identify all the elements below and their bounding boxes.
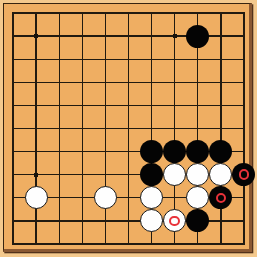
point-M1 [71,232,94,255]
point-M8 [71,71,94,94]
point-Q4 [163,163,186,186]
point-J8 [1,71,24,94]
point-R4 [186,163,209,186]
point-P11 [140,1,163,24]
point-K6 [25,117,48,140]
point-K11 [25,1,48,24]
point-M2 [71,209,94,232]
point-J10 [1,25,24,48]
point-R8 [186,71,209,94]
point-M11 [71,1,94,24]
point-S2 [209,209,232,232]
point-T1 [232,232,255,255]
point-R11 [186,1,209,24]
red-circle-marker-icon [239,169,249,179]
point-L8 [48,71,71,94]
point-S4 [209,163,232,186]
point-S7 [209,94,232,117]
point-P1 [140,232,163,255]
white-stone [186,163,209,186]
point-Q8 [163,71,186,94]
board-grid [1,1,255,255]
point-M9 [71,48,94,71]
point-S8 [209,71,232,94]
point-O1 [117,232,140,255]
black-stone [186,209,209,232]
point-T11 [232,1,255,24]
point-Q6 [163,117,186,140]
point-K5 [25,140,48,163]
point-N4 [94,163,117,186]
point-Q5 [163,140,186,163]
point-R10 [186,25,209,48]
point-R5 [186,140,209,163]
point-P7 [140,94,163,117]
white-stone [25,186,48,209]
white-stone [163,209,186,232]
point-J1 [1,232,24,255]
point-K1 [25,232,48,255]
point-N6 [94,117,117,140]
point-O11 [117,1,140,24]
point-O6 [117,117,140,140]
point-R1 [186,232,209,255]
white-stone [163,163,186,186]
point-S10 [209,25,232,48]
point-J4 [1,163,24,186]
point-J9 [1,48,24,71]
point-L1 [48,232,71,255]
point-J2 [1,209,24,232]
point-T10 [232,25,255,48]
point-O4 [117,163,140,186]
point-P6 [140,117,163,140]
point-S11 [209,1,232,24]
point-J6 [1,117,24,140]
point-P3 [140,186,163,209]
point-R3 [186,186,209,209]
point-S6 [209,117,232,140]
point-L7 [48,94,71,117]
point-R9 [186,48,209,71]
point-L11 [48,1,71,24]
point-S5 [209,140,232,163]
point-T3 [232,186,255,209]
point-T5 [232,140,255,163]
point-J11 [1,1,24,24]
white-stone [209,163,232,186]
point-P10 [140,25,163,48]
point-L3 [48,186,71,209]
point-J7 [1,94,24,117]
point-P9 [140,48,163,71]
point-M10 [71,25,94,48]
point-O2 [117,209,140,232]
black-stone [209,140,232,163]
black-stone [209,186,232,209]
point-O10 [117,25,140,48]
point-M6 [71,117,94,140]
point-Q7 [163,94,186,117]
point-T4 [232,163,255,186]
point-M5 [71,140,94,163]
point-N2 [94,209,117,232]
point-N3 [94,186,117,209]
point-Q1 [163,232,186,255]
black-stone [163,140,186,163]
point-T9 [232,48,255,71]
point-L2 [48,209,71,232]
black-stone [232,163,255,186]
black-stone [140,140,163,163]
white-stone [94,186,117,209]
point-M3 [71,186,94,209]
point-N10 [94,25,117,48]
point-P5 [140,140,163,163]
point-O3 [117,186,140,209]
point-P2 [140,209,163,232]
point-J5 [1,140,24,163]
point-K8 [25,71,48,94]
point-O8 [117,71,140,94]
point-K2 [25,209,48,232]
white-stone [186,186,209,209]
point-S9 [209,48,232,71]
black-stone [186,25,209,48]
point-K4 [25,163,48,186]
point-L4 [48,163,71,186]
point-K7 [25,94,48,117]
red-circle-marker-icon [216,193,226,203]
point-R7 [186,94,209,117]
point-S1 [209,232,232,255]
point-L6 [48,117,71,140]
point-Q2 [163,209,186,232]
point-K9 [25,48,48,71]
point-N7 [94,94,117,117]
point-N11 [94,1,117,24]
point-L10 [48,25,71,48]
point-R6 [186,117,209,140]
point-M4 [71,163,94,186]
point-O9 [117,48,140,71]
white-stone [140,186,163,209]
point-P4 [140,163,163,186]
white-stone [140,209,163,232]
point-O5 [117,140,140,163]
point-N5 [94,140,117,163]
point-L5 [48,140,71,163]
go-diagram [0,0,257,257]
point-J3 [1,186,24,209]
red-circle-marker-icon [169,216,179,226]
point-Q11 [163,1,186,24]
point-K3 [25,186,48,209]
point-L9 [48,48,71,71]
point-N8 [94,71,117,94]
point-T7 [232,94,255,117]
point-T8 [232,71,255,94]
point-M7 [71,94,94,117]
point-R2 [186,209,209,232]
point-N9 [94,48,117,71]
point-Q3 [163,186,186,209]
black-stone [186,140,209,163]
point-O7 [117,94,140,117]
point-Q9 [163,48,186,71]
black-stone [140,163,163,186]
point-N1 [94,232,117,255]
point-S3 [209,186,232,209]
point-Q10 [163,25,186,48]
point-P8 [140,71,163,94]
point-T2 [232,209,255,232]
point-T6 [232,117,255,140]
point-K10 [25,25,48,48]
